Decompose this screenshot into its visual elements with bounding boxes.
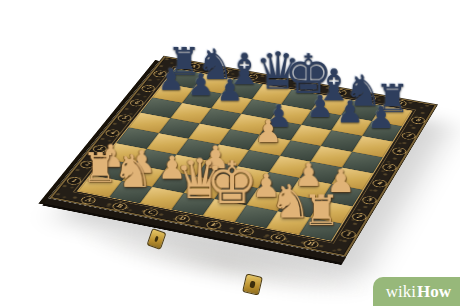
piece-white-rook-a1: ♜ <box>81 147 114 188</box>
file-label-back-E: E <box>301 83 318 92</box>
rank-label-left-5: 5 <box>116 114 134 123</box>
file-label-back-F: F <box>331 88 348 97</box>
piece-white-knight-b1: ♞ <box>112 149 145 194</box>
file-label-front-C: C <box>141 208 160 218</box>
rank-label-right-3: 3 <box>360 195 378 205</box>
file-label-back-B: B <box>214 67 231 75</box>
rank-label-right-6: 6 <box>390 147 408 156</box>
piece-white-queen-d1: ♛ <box>174 151 208 206</box>
rank-label-right-5: 5 <box>381 163 399 172</box>
rank-label-right-1: 1 <box>339 229 358 239</box>
wikihow-watermark: wikiHow <box>373 277 460 306</box>
file-label-back-G: G <box>361 94 378 103</box>
rank-label-left-7: 7 <box>140 84 158 93</box>
file-label-front-F: F <box>237 226 256 236</box>
rank-label-left-6: 6 <box>128 99 146 108</box>
file-label-back-H: H <box>391 99 408 108</box>
file-label-front-A: A <box>79 195 98 205</box>
rank-label-right-4: 4 <box>371 179 389 189</box>
file-label-back-A: A <box>185 62 202 70</box>
file-label-front-G: G <box>269 233 288 243</box>
rank-label-right-8: 8 <box>410 116 427 125</box>
photo-canvas: AABBCCDDEEFFGGHH1122334455667788 ♜♞♝♛♚♝♞… <box>0 0 460 306</box>
file-label-front-D: D <box>173 214 192 224</box>
rank-label-right-2: 2 <box>350 212 368 222</box>
rank-label-right-7: 7 <box>400 131 417 140</box>
file-label-back-D: D <box>272 78 289 86</box>
piece-white-knight-g1: ♞ <box>270 179 304 225</box>
file-label-back-C: C <box>243 73 260 81</box>
file-label-front-E: E <box>205 220 224 230</box>
rank-label-left-8: 8 <box>151 70 168 78</box>
watermark-how-text: How <box>417 282 451 302</box>
piece-white-king-e1: ♚ <box>206 154 240 212</box>
file-label-front-B: B <box>110 201 129 211</box>
watermark-wiki-text: wiki <box>386 282 416 302</box>
file-label-front-H: H <box>301 239 320 249</box>
piece-white-rook-h1: ♜ <box>302 189 336 231</box>
rank-label-left-4: 4 <box>103 129 121 138</box>
